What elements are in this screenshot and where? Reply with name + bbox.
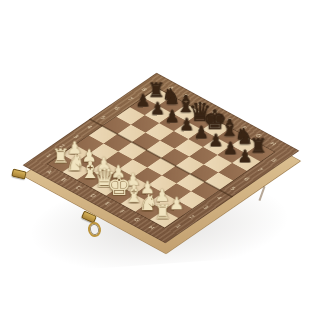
black-pawn-glyph: ♟	[223, 140, 238, 157]
chess-board-assembly: ABCDEFGH ABCDEFGH 87654321 87654321 ♜♞♝♛…	[23, 73, 300, 243]
black-pawn-glyph: ♟	[165, 108, 180, 125]
black-pawn-glyph: ♟	[135, 92, 150, 109]
scene: ABCDEFGH ABCDEFGH 87654321 87654321 ♜♞♝♛…	[0, 0, 320, 320]
square-f6	[189, 147, 217, 164]
product-photo-stage: ABCDEFGH ABCDEFGH 87654321 87654321 ♜♞♝♛…	[0, 0, 320, 320]
black-pawn-glyph: ♟	[179, 116, 194, 133]
white-rook-glyph: ♜	[154, 202, 172, 222]
black-rook-glyph: ♜	[250, 136, 268, 156]
black-pawn-glyph: ♟	[237, 148, 252, 165]
square-f4	[162, 166, 190, 183]
black-pawn-glyph: ♟	[208, 132, 223, 149]
black-pawn-glyph: ♟	[194, 124, 209, 141]
black-pawn-glyph: ♟	[150, 100, 165, 117]
board-frame: ABCDEFGH ABCDEFGH 87654321 87654321 ♜♞♝♛…	[23, 73, 300, 243]
